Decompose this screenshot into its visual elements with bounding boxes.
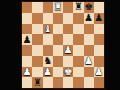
square-f3[interactable]	[73, 56, 83, 67]
square-g2[interactable]	[84, 67, 94, 78]
square-a5[interactable]: ♟	[22, 34, 32, 45]
square-g7[interactable]: ♟	[84, 13, 94, 24]
square-c1[interactable]	[43, 77, 53, 88]
white-pawn[interactable]: ♟	[64, 45, 73, 55]
square-e6[interactable]	[63, 24, 73, 35]
square-f1[interactable]	[73, 77, 83, 88]
white-pawn[interactable]: ♟	[43, 67, 52, 77]
square-e2[interactable]: ♚	[63, 67, 73, 78]
square-f8[interactable]: ♜	[73, 2, 83, 13]
square-a1[interactable]	[22, 77, 32, 88]
square-c6[interactable]: ♝	[43, 24, 53, 35]
square-h3[interactable]	[94, 56, 104, 67]
square-a4[interactable]	[22, 45, 32, 56]
video-frame-background: ♜♜♚♟♟♝♟♟♞♟♟♟♚♟♜	[0, 0, 120, 90]
square-g1[interactable]	[84, 77, 94, 88]
black-pawn[interactable]: ♟	[23, 35, 32, 45]
square-h6[interactable]	[94, 24, 104, 35]
square-d8[interactable]: ♜	[53, 2, 63, 13]
square-c2[interactable]: ♟	[43, 67, 53, 78]
square-a6[interactable]	[22, 24, 32, 35]
square-a3[interactable]	[22, 56, 32, 67]
square-b8[interactable]	[32, 2, 42, 13]
chess-board: ♜♜♚♟♟♝♟♟♞♟♟♟♚♟♜	[22, 2, 104, 88]
square-h2[interactable]: ♟	[94, 67, 104, 78]
square-d7[interactable]	[53, 13, 63, 24]
black-king[interactable]: ♚	[84, 2, 93, 12]
black-knight[interactable]: ♞	[43, 56, 52, 66]
square-a7[interactable]	[22, 13, 32, 24]
square-e1[interactable]	[63, 77, 73, 88]
square-b5[interactable]	[32, 34, 42, 45]
square-e3[interactable]	[63, 56, 73, 67]
square-b4[interactable]	[32, 45, 42, 56]
square-b3[interactable]	[32, 56, 42, 67]
square-c7[interactable]	[43, 13, 53, 24]
square-f7[interactable]	[73, 13, 83, 24]
square-a8[interactable]	[22, 2, 32, 13]
square-e4[interactable]: ♟	[63, 45, 73, 56]
square-h1[interactable]	[94, 77, 104, 88]
square-f4[interactable]	[73, 45, 83, 56]
square-f5[interactable]	[73, 34, 83, 45]
square-b7[interactable]	[32, 13, 42, 24]
square-a2[interactable]: ♟	[22, 67, 32, 78]
square-h7[interactable]: ♟	[94, 13, 104, 24]
square-d2[interactable]	[53, 67, 63, 78]
square-b2[interactable]	[32, 67, 42, 78]
square-c8[interactable]	[43, 2, 53, 13]
square-g3[interactable]: ♟	[84, 56, 94, 67]
square-g5[interactable]	[84, 34, 94, 45]
square-d5[interactable]	[53, 34, 63, 45]
square-h5[interactable]	[94, 34, 104, 45]
square-f6[interactable]	[73, 24, 83, 35]
square-f2[interactable]	[73, 67, 83, 78]
white-bishop[interactable]: ♝	[43, 24, 52, 34]
square-d3[interactable]	[53, 56, 63, 67]
square-b1[interactable]: ♜	[32, 77, 42, 88]
white-pawn[interactable]: ♟	[84, 56, 93, 66]
square-h4[interactable]	[94, 45, 104, 56]
white-pawn[interactable]: ♟	[94, 67, 103, 77]
black-rook[interactable]: ♜	[74, 2, 83, 12]
square-b6[interactable]	[32, 24, 42, 35]
square-e7[interactable]	[63, 13, 73, 24]
white-king[interactable]: ♚	[64, 67, 73, 77]
square-c3[interactable]: ♞	[43, 56, 53, 67]
square-c5[interactable]	[43, 34, 53, 45]
square-e8[interactable]	[63, 2, 73, 13]
white-pawn[interactable]: ♟	[23, 67, 32, 77]
black-rook[interactable]: ♜	[33, 78, 42, 88]
square-d4[interactable]	[53, 45, 63, 56]
square-g6[interactable]	[84, 24, 94, 35]
square-d6[interactable]	[53, 24, 63, 35]
white-rook[interactable]: ♜	[53, 2, 62, 12]
black-pawn[interactable]: ♟	[94, 13, 103, 23]
black-pawn[interactable]: ♟	[84, 13, 93, 23]
square-d1[interactable]	[53, 77, 63, 88]
